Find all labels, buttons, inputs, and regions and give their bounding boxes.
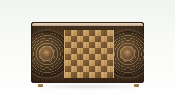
backgammon-case: ✳ ✳ [31,22,144,83]
board-square [107,72,113,78]
left-rosette-carving: ✳ [32,31,64,77]
left-carved-panel: ✳ [32,26,64,83]
right-carved-panel: ✳ [114,26,144,83]
checkerboard [64,30,114,78]
left-medallion-icon: ✳ [39,46,54,61]
case-foot-right [134,84,139,87]
product-photo-scene: ✳ ✳ [0,0,175,105]
right-rosette-carving: ✳ [114,31,144,77]
case-foot-left [38,84,43,87]
right-medallion-icon: ✳ [120,46,135,61]
case-drop-shadow [29,84,147,89]
